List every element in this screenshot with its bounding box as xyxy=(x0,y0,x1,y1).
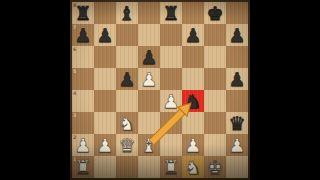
white-pawn-b2[interactable]: ♟ xyxy=(94,134,116,156)
square-h8[interactable] xyxy=(226,2,248,24)
black-queen-h3[interactable]: ♛ xyxy=(226,112,248,134)
square-f2[interactable]: ♟ xyxy=(182,134,204,156)
white-pawn-h2[interactable]: ♟ xyxy=(226,134,248,156)
square-d7[interactable] xyxy=(138,24,160,46)
white-king-g1[interactable]: ♚ xyxy=(204,156,226,178)
square-e7[interactable] xyxy=(160,24,182,46)
square-b1[interactable] xyxy=(94,156,116,178)
square-d2[interactable]: ♝ xyxy=(138,134,160,156)
square-h4[interactable] xyxy=(226,90,248,112)
square-a1[interactable]: 1♜ xyxy=(72,156,94,178)
square-g4[interactable] xyxy=(204,90,226,112)
square-c8[interactable]: ♝ xyxy=(116,2,138,24)
square-e6[interactable] xyxy=(160,46,182,68)
square-g3[interactable] xyxy=(204,112,226,134)
square-d6[interactable]: ♟ xyxy=(138,46,160,68)
square-f6[interactable] xyxy=(182,46,204,68)
rank-label-1: 1 xyxy=(73,156,76,162)
black-pawn-b7[interactable]: ♟ xyxy=(94,24,116,46)
square-b5[interactable] xyxy=(94,68,116,90)
square-e4[interactable]: ♟ xyxy=(160,90,182,112)
left-black-bar xyxy=(0,0,70,180)
white-bishop-d2[interactable]: ♝ xyxy=(138,134,160,156)
square-c6[interactable] xyxy=(116,46,138,68)
square-h2[interactable]: ♟ xyxy=(226,134,248,156)
square-d8[interactable] xyxy=(138,2,160,24)
square-a2[interactable]: 2♟ xyxy=(72,134,94,156)
square-e2[interactable] xyxy=(160,134,182,156)
square-f7[interactable]: ♟ xyxy=(182,24,204,46)
square-g6[interactable] xyxy=(204,46,226,68)
rank-label-4: 4 xyxy=(73,90,76,96)
black-pawn-h5[interactable]: ♟ xyxy=(226,68,248,90)
board-frame: 8♜♝♜♚7♟♟♟♟6♟5♟♟♟4♟♞3♞♛2♟♟♛♝♟♟1♜♜♞♚ xyxy=(70,0,250,180)
square-a5[interactable]: 5 xyxy=(72,68,94,90)
black-pawn-h7[interactable]: ♟ xyxy=(226,24,248,46)
square-e3[interactable] xyxy=(160,112,182,134)
square-g1[interactable]: ♚ xyxy=(204,156,226,178)
square-h1[interactable] xyxy=(226,156,248,178)
white-knight-c3[interactable]: ♞ xyxy=(116,112,138,134)
rank-label-6: 6 xyxy=(73,46,76,52)
white-queen-c2[interactable]: ♛ xyxy=(116,134,138,156)
rank-label-3: 3 xyxy=(73,112,76,118)
square-e5[interactable] xyxy=(160,68,182,90)
white-knight-f1[interactable]: ♞ xyxy=(182,156,204,178)
square-h5[interactable]: ♟ xyxy=(226,68,248,90)
square-f3[interactable] xyxy=(182,112,204,134)
black-rook-e8[interactable]: ♜ xyxy=(160,2,182,24)
square-g5[interactable] xyxy=(204,68,226,90)
square-b4[interactable] xyxy=(94,90,116,112)
square-b7[interactable]: ♟ xyxy=(94,24,116,46)
square-b3[interactable] xyxy=(94,112,116,134)
square-c2[interactable]: ♛ xyxy=(116,134,138,156)
rank-label-7: 7 xyxy=(73,24,76,30)
square-d5[interactable]: ♟ xyxy=(138,68,160,90)
square-a6[interactable]: 6 xyxy=(72,46,94,68)
square-a3[interactable]: 3 xyxy=(72,112,94,134)
square-g2[interactable] xyxy=(204,134,226,156)
square-h7[interactable]: ♟ xyxy=(226,24,248,46)
square-b8[interactable] xyxy=(94,2,116,24)
square-b2[interactable]: ♟ xyxy=(94,134,116,156)
square-d3[interactable] xyxy=(138,112,160,134)
white-pawn-d5[interactable]: ♟ xyxy=(138,68,160,90)
square-c1[interactable] xyxy=(116,156,138,178)
right-black-bar xyxy=(250,0,320,180)
square-c4[interactable] xyxy=(116,90,138,112)
square-c3[interactable]: ♞ xyxy=(116,112,138,134)
chess-board[interactable]: 8♜♝♜♚7♟♟♟♟6♟5♟♟♟4♟♞3♞♛2♟♟♛♝♟♟1♜♜♞♚ xyxy=(72,2,248,178)
rank-label-8: 8 xyxy=(73,2,76,8)
square-e1[interactable]: ♜ xyxy=(160,156,182,178)
black-pawn-d6[interactable]: ♟ xyxy=(138,46,160,68)
black-knight-f4[interactable]: ♞ xyxy=(182,90,204,112)
black-pawn-c5[interactable]: ♟ xyxy=(116,68,138,90)
square-g8[interactable]: ♚ xyxy=(204,2,226,24)
square-f5[interactable] xyxy=(182,68,204,90)
square-e8[interactable]: ♜ xyxy=(160,2,182,24)
square-c5[interactable]: ♟ xyxy=(116,68,138,90)
black-king-g8[interactable]: ♚ xyxy=(204,2,226,24)
square-c7[interactable] xyxy=(116,24,138,46)
square-h6[interactable] xyxy=(226,46,248,68)
square-a4[interactable]: 4 xyxy=(72,90,94,112)
square-b6[interactable] xyxy=(94,46,116,68)
square-f4[interactable]: ♞ xyxy=(182,90,204,112)
black-pawn-f7[interactable]: ♟ xyxy=(182,24,204,46)
white-rook-e1[interactable]: ♜ xyxy=(160,156,182,178)
square-a7[interactable]: 7♟ xyxy=(72,24,94,46)
square-h3[interactable]: ♛ xyxy=(226,112,248,134)
rank-label-2: 2 xyxy=(73,134,76,140)
square-f8[interactable] xyxy=(182,2,204,24)
screenshot: 8♜♝♜♚7♟♟♟♟6♟5♟♟♟4♟♞3♞♛2♟♟♛♝♟♟1♜♜♞♚ xyxy=(0,0,320,180)
square-d4[interactable] xyxy=(138,90,160,112)
square-a8[interactable]: 8♜ xyxy=(72,2,94,24)
white-pawn-f2[interactable]: ♟ xyxy=(182,134,204,156)
white-pawn-e4[interactable]: ♟ xyxy=(160,90,182,112)
square-f1[interactable]: ♞ xyxy=(182,156,204,178)
black-bishop-c8[interactable]: ♝ xyxy=(116,2,138,24)
rank-label-5: 5 xyxy=(73,68,76,74)
square-g7[interactable] xyxy=(204,24,226,46)
square-d1[interactable] xyxy=(138,156,160,178)
